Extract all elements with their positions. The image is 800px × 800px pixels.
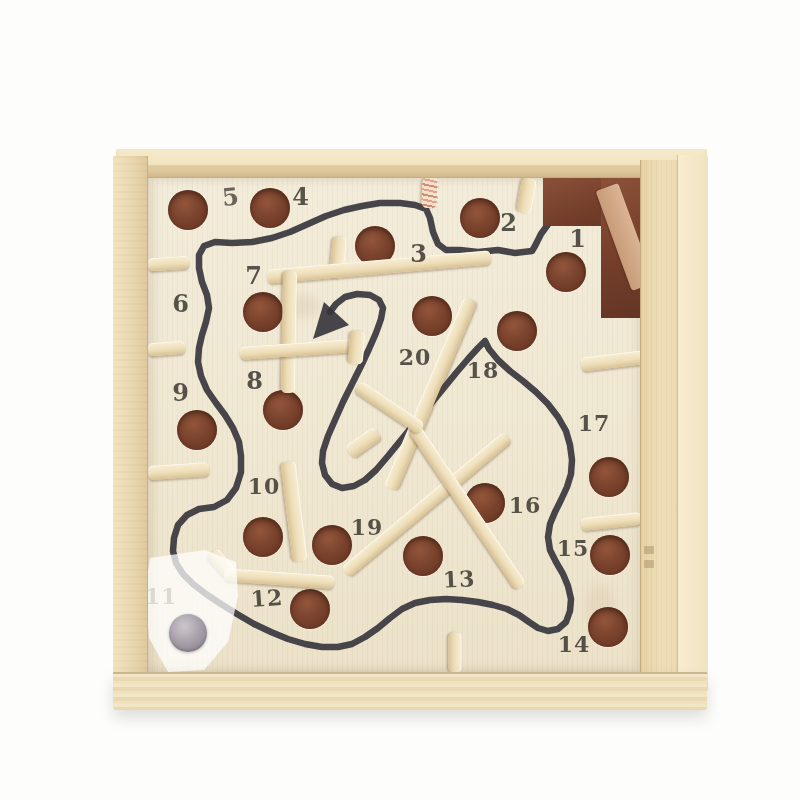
hole-1: [546, 252, 586, 292]
hole-label-2: 2: [500, 211, 518, 235]
hole-5: [168, 190, 208, 230]
hole-label-14: 14: [558, 633, 591, 655]
frame-top-bar: [116, 149, 707, 178]
hole-label-9: 9: [172, 381, 190, 405]
hole-8: [263, 390, 303, 430]
hole-4: [250, 188, 290, 228]
frame-right-bar: [640, 160, 678, 674]
hole-label-10: 10: [248, 475, 281, 497]
hole-label-20: 20: [399, 346, 432, 368]
hole-12: [290, 589, 330, 629]
hole-2: [460, 198, 500, 238]
hole-13: [403, 536, 443, 576]
hole-label-18: 18: [467, 359, 500, 381]
hole-20: [412, 296, 452, 336]
wall-stick: [281, 271, 297, 393]
hole-label-15: 15: [557, 537, 590, 559]
wall-stick: [347, 330, 365, 364]
hole-9: [177, 410, 217, 450]
frame-right-outer-edge: [677, 155, 708, 692]
product-photo-background: 1234567891011121314151617181920: [0, 0, 800, 800]
hole-19: [312, 525, 352, 565]
hole-10: [243, 517, 283, 557]
hole-label-4: 4: [292, 185, 310, 209]
hole-7: [243, 292, 283, 332]
wall-stick: [147, 255, 189, 271]
hole-14: [588, 607, 628, 647]
frame-left-bar: [113, 156, 148, 674]
wall-stick: [449, 632, 462, 672]
hole-label-16: 16: [509, 494, 542, 516]
hole-18: [497, 311, 537, 351]
hole-label-8: 8: [246, 369, 264, 393]
hole-label-19: 19: [351, 516, 384, 538]
hole-label-13: 13: [442, 567, 476, 591]
wall-stick-striped: [421, 178, 438, 209]
hole-label-1: 1: [569, 227, 587, 251]
hole-label-3: 3: [410, 242, 428, 266]
wall-stick: [147, 340, 185, 356]
hole-label-7: 7: [245, 264, 263, 288]
frame-bottom-bar: [113, 672, 707, 710]
frame-stamp-mark: [644, 546, 654, 554]
hole-label-6: 6: [172, 292, 190, 316]
steel-ball[interactable]: [169, 614, 207, 652]
frame-stamp-mark: [644, 560, 654, 568]
hole-17: [589, 457, 629, 497]
hole-label-17: 17: [578, 412, 611, 434]
hole-label-5: 5: [221, 184, 241, 210]
hole-15: [590, 535, 630, 575]
hole-label-12: 12: [250, 586, 284, 610]
